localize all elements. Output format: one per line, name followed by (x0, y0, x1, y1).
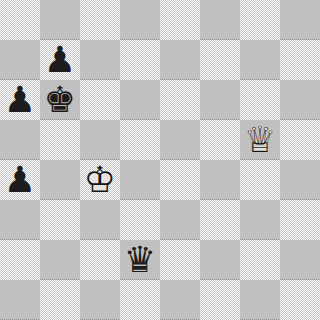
black-pawn[interactable]: ♟ (0, 160, 40, 200)
white-king[interactable]: ♚♔ (80, 160, 120, 200)
square-c2[interactable] (80, 240, 120, 280)
black-pawn[interactable]: ♟ (40, 40, 80, 80)
square-e2[interactable] (160, 240, 200, 280)
square-b7[interactable]: ♟ (40, 40, 80, 80)
square-a8[interactable] (0, 0, 40, 40)
square-f5[interactable] (200, 120, 240, 160)
square-c6[interactable] (80, 80, 120, 120)
square-d7[interactable] (120, 40, 160, 80)
black-pawn-glyph: ♟ (40, 40, 80, 80)
square-e8[interactable] (160, 0, 200, 40)
square-c3[interactable] (80, 200, 120, 240)
square-f6[interactable] (200, 80, 240, 120)
square-d1[interactable] (120, 280, 160, 320)
chess-board: ♟♟♚♛♕♟♚♔♛ (0, 0, 320, 320)
black-king[interactable]: ♚ (40, 80, 80, 120)
square-g2[interactable] (240, 240, 280, 280)
square-g1[interactable] (240, 280, 280, 320)
square-h6[interactable] (280, 80, 320, 120)
square-h7[interactable] (280, 40, 320, 80)
square-g6[interactable] (240, 80, 280, 120)
square-h3[interactable] (280, 200, 320, 240)
square-a1[interactable] (0, 280, 40, 320)
square-d2[interactable]: ♛ (120, 240, 160, 280)
square-g3[interactable] (240, 200, 280, 240)
square-a4[interactable]: ♟ (0, 160, 40, 200)
black-pawn-glyph: ♟ (0, 160, 40, 200)
square-g7[interactable] (240, 40, 280, 80)
white-king-glyph: ♔ (80, 160, 120, 200)
square-e5[interactable] (160, 120, 200, 160)
square-f3[interactable] (200, 200, 240, 240)
square-h2[interactable] (280, 240, 320, 280)
square-a6[interactable]: ♟ (0, 80, 40, 120)
square-a2[interactable] (0, 240, 40, 280)
square-h5[interactable] (280, 120, 320, 160)
square-d8[interactable] (120, 0, 160, 40)
square-b3[interactable] (40, 200, 80, 240)
square-g4[interactable] (240, 160, 280, 200)
square-g8[interactable] (240, 0, 280, 40)
white-queen-glyph: ♕ (240, 120, 280, 160)
square-f1[interactable] (200, 280, 240, 320)
chess-app: ♟♟♚♛♕♟♚♔♛ (0, 0, 320, 320)
square-a3[interactable] (0, 200, 40, 240)
square-b1[interactable] (40, 280, 80, 320)
square-b6[interactable]: ♚ (40, 80, 80, 120)
black-pawn[interactable]: ♟ (0, 80, 40, 120)
white-queen[interactable]: ♛♕ (240, 120, 280, 160)
square-c8[interactable] (80, 0, 120, 40)
square-h1[interactable] (280, 280, 320, 320)
square-d4[interactable] (120, 160, 160, 200)
square-b4[interactable] (40, 160, 80, 200)
square-h4[interactable] (280, 160, 320, 200)
square-c4[interactable]: ♚♔ (80, 160, 120, 200)
square-e6[interactable] (160, 80, 200, 120)
square-f2[interactable] (200, 240, 240, 280)
square-b2[interactable] (40, 240, 80, 280)
square-f7[interactable] (200, 40, 240, 80)
square-a7[interactable] (0, 40, 40, 80)
black-queen[interactable]: ♛ (120, 240, 160, 280)
square-e7[interactable] (160, 40, 200, 80)
square-g5[interactable]: ♛♕ (240, 120, 280, 160)
square-d3[interactable] (120, 200, 160, 240)
square-f4[interactable] (200, 160, 240, 200)
square-h8[interactable] (280, 0, 320, 40)
square-d6[interactable] (120, 80, 160, 120)
square-d5[interactable] (120, 120, 160, 160)
black-pawn-glyph: ♟ (0, 80, 40, 120)
square-c7[interactable] (80, 40, 120, 80)
square-a5[interactable] (0, 120, 40, 160)
black-king-glyph: ♚ (40, 80, 80, 120)
square-e4[interactable] (160, 160, 200, 200)
square-b8[interactable] (40, 0, 80, 40)
square-c5[interactable] (80, 120, 120, 160)
black-queen-glyph: ♛ (120, 240, 160, 280)
square-f8[interactable] (200, 0, 240, 40)
square-c1[interactable] (80, 280, 120, 320)
square-e1[interactable] (160, 280, 200, 320)
square-b5[interactable] (40, 120, 80, 160)
square-e3[interactable] (160, 200, 200, 240)
